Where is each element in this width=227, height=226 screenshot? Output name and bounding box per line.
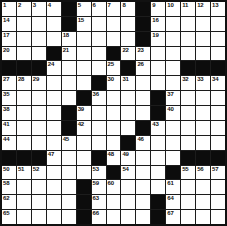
clue-number: 67 [167, 210, 173, 217]
clue-number: 53 [93, 166, 99, 173]
cell-r10c3[interactable] [32, 136, 46, 150]
clue-number: 52 [33, 166, 39, 173]
cell-r7c9[interactable] [121, 91, 135, 105]
cell-r15c9[interactable] [121, 210, 135, 224]
cell-r9c11[interactable]: 43 [151, 121, 165, 135]
cell-r1c15[interactable]: 13 [211, 2, 225, 16]
clue-number: 39 [78, 106, 84, 113]
clue-number: 55 [182, 166, 188, 173]
blocked-cell-r7c11 [151, 91, 165, 105]
cell-r1c2[interactable]: 2 [17, 2, 31, 16]
cell-r7c7[interactable]: 36 [92, 91, 106, 105]
blocked-cell-r9c10 [136, 121, 150, 135]
cell-r14c15[interactable] [211, 195, 225, 209]
cell-r10c4[interactable] [47, 136, 61, 150]
cell-r1c14[interactable]: 12 [196, 2, 210, 16]
cell-r4c1[interactable]: 20 [2, 47, 16, 61]
crossword-grid: 1234567891011121314151617181920212223242… [0, 0, 227, 226]
cell-r10c13[interactable] [181, 136, 195, 150]
clue-number: 4 [48, 2, 51, 9]
cell-r4c15[interactable] [211, 47, 225, 61]
cell-r12c14[interactable]: 56 [196, 166, 210, 180]
cell-r7c1[interactable]: 35 [2, 91, 16, 105]
cell-r8c9[interactable] [121, 106, 135, 120]
cell-r11c9[interactable]: 49 [121, 151, 135, 165]
cell-r2c2[interactable] [17, 17, 31, 31]
cell-r3c4[interactable] [47, 32, 61, 46]
cell-r15c15[interactable] [211, 210, 225, 224]
cell-r8c13[interactable] [181, 106, 195, 120]
cell-r2c11[interactable]: 16 [151, 17, 165, 31]
cell-r14c5[interactable] [62, 195, 76, 209]
clue-number: 29 [33, 76, 39, 83]
cell-r1c11[interactable]: 9 [151, 2, 165, 16]
cell-r11c8[interactable]: 48 [107, 151, 121, 165]
cell-r6c14[interactable]: 33 [196, 76, 210, 90]
cell-r15c2[interactable] [17, 210, 31, 224]
cell-r9c13[interactable] [181, 121, 195, 135]
clue-number: 25 [108, 61, 114, 68]
cell-r4c9[interactable]: 22 [121, 47, 135, 61]
cell-r10c11[interactable] [151, 136, 165, 150]
clue-number: 47 [48, 151, 54, 158]
cell-r12c9[interactable]: 54 [121, 166, 135, 180]
clue-number: 1 [3, 2, 6, 9]
cell-r13c13[interactable] [181, 180, 195, 194]
blocked-cell-r10c9 [121, 136, 135, 150]
clue-number: 51 [18, 166, 24, 173]
cell-r10c5[interactable]: 45 [62, 136, 76, 150]
clue-number: 60 [108, 180, 114, 187]
cell-r14c8[interactable] [107, 195, 121, 209]
clue-number: 63 [93, 195, 99, 202]
cell-r3c7[interactable] [92, 32, 106, 46]
clue-number: 6 [93, 2, 96, 9]
clue-number: 2 [18, 2, 21, 9]
cell-r6c6[interactable] [77, 76, 91, 90]
cell-r15c14[interactable] [196, 210, 210, 224]
clue-number: 12 [197, 2, 203, 9]
cell-r9c15[interactable] [211, 121, 225, 135]
blocked-cell-r8c5 [62, 106, 76, 120]
cell-r14c4[interactable] [47, 195, 61, 209]
cell-r3c9[interactable] [121, 32, 135, 46]
blocked-cell-r4c4 [47, 47, 61, 61]
cell-r13c15[interactable] [211, 180, 225, 194]
cell-r14c3[interactable] [32, 195, 46, 209]
cell-r1c13[interactable]: 11 [181, 2, 195, 16]
cell-r2c7[interactable] [92, 17, 106, 31]
cell-r12c4[interactable] [47, 166, 61, 180]
cell-r2c15[interactable] [211, 17, 225, 31]
cell-r9c6[interactable]: 42 [77, 121, 91, 135]
cell-r9c2[interactable] [17, 121, 31, 135]
blocked-cell-r2c10 [136, 17, 150, 31]
cell-r4c10[interactable]: 23 [136, 47, 150, 61]
cell-r14c13[interactable] [181, 195, 195, 209]
cell-r6c2[interactable]: 28 [17, 76, 31, 90]
cell-r13c11[interactable] [151, 180, 165, 194]
cell-r2c8[interactable] [107, 17, 121, 31]
cell-r3c1[interactable]: 17 [2, 32, 16, 46]
cell-r12c11[interactable] [151, 166, 165, 180]
cell-r12c5[interactable] [62, 166, 76, 180]
blocked-cell-r2c5 [62, 17, 76, 31]
blocked-cell-r14c6 [77, 195, 91, 209]
clue-number: 23 [137, 47, 143, 54]
clue-number: 11 [182, 2, 188, 9]
cell-r8c4[interactable] [47, 106, 61, 120]
cell-r8c1[interactable]: 38 [2, 106, 16, 120]
cell-r5c7[interactable] [92, 61, 106, 75]
cell-r4c14[interactable] [196, 47, 210, 61]
clue-number: 13 [212, 2, 218, 9]
cell-r7c10[interactable] [136, 91, 150, 105]
blocked-cell-r5c9 [121, 61, 135, 75]
clue-number: 22 [122, 47, 128, 54]
cell-r11c12[interactable] [166, 151, 180, 165]
cell-r1c6[interactable]: 5 [77, 2, 91, 16]
cell-r7c4[interactable] [47, 91, 61, 105]
clue-number: 3 [33, 2, 36, 9]
cell-r9c12[interactable] [166, 121, 180, 135]
cell-r3c8[interactable] [107, 32, 121, 46]
blocked-cell-r1c10 [136, 2, 150, 16]
clue-number: 43 [152, 121, 158, 128]
clue-number: 57 [212, 166, 218, 173]
cell-r12c1[interactable]: 50 [2, 166, 16, 180]
cell-r13c1[interactable]: 58 [2, 180, 16, 194]
cell-r7c3[interactable] [32, 91, 46, 105]
cell-r4c5[interactable]: 21 [62, 47, 76, 61]
cell-r2c4[interactable] [47, 17, 61, 31]
blocked-cell-r4c8 [107, 47, 121, 61]
clue-number: 59 [93, 180, 99, 187]
cell-r5c8[interactable]: 25 [107, 61, 121, 75]
cell-r3c2[interactable] [17, 32, 31, 46]
clue-number: 48 [108, 151, 114, 158]
cell-r6c12[interactable] [166, 76, 180, 90]
cell-r6c11[interactable] [151, 76, 165, 90]
clue-number: 18 [63, 32, 69, 39]
clue-number: 65 [3, 210, 9, 217]
cell-r14c10[interactable] [136, 195, 150, 209]
cell-r15c5[interactable] [62, 210, 76, 224]
blocked-cell-r5c1 [2, 61, 16, 75]
clue-number: 30 [108, 76, 114, 83]
blocked-cell-r3c10 [136, 32, 150, 46]
cell-r7c12[interactable]: 37 [166, 91, 180, 105]
cell-r7c13[interactable] [181, 91, 195, 105]
blocked-cell-r11c1 [2, 151, 16, 165]
blocked-cell-r1c5 [62, 2, 76, 16]
blocked-cell-r5c2 [17, 61, 31, 75]
clue-number: 24 [48, 61, 54, 68]
cell-r15c7[interactable]: 66 [92, 210, 106, 224]
clue-number: 41 [3, 121, 9, 128]
clue-number: 37 [167, 91, 173, 98]
cell-r3c6[interactable] [77, 32, 91, 46]
blocked-cell-r6c7 [92, 76, 106, 90]
cell-r9c9[interactable] [121, 121, 135, 135]
clue-number: 10 [167, 2, 173, 9]
cell-r13c5[interactable] [62, 180, 76, 194]
clue-number: 27 [3, 76, 9, 83]
cell-r13c12[interactable]: 61 [166, 180, 180, 194]
cell-r10c6[interactable] [77, 136, 91, 150]
blocked-cell-r15c6 [77, 210, 91, 224]
cell-r15c10[interactable] [136, 210, 150, 224]
cell-r14c12[interactable]: 64 [166, 195, 180, 209]
cell-r13c4[interactable] [47, 180, 61, 194]
cell-r12c13[interactable]: 55 [181, 166, 195, 180]
clue-number: 20 [3, 47, 9, 54]
clue-number: 50 [3, 166, 9, 173]
cell-r2c13[interactable] [181, 17, 195, 31]
clue-number: 8 [122, 2, 125, 9]
cell-r8c6[interactable]: 39 [77, 106, 91, 120]
cell-r12c6[interactable] [77, 166, 91, 180]
cell-r5c5[interactable] [62, 61, 76, 75]
clue-number: 7 [108, 2, 111, 9]
cell-r8c15[interactable] [211, 106, 225, 120]
cell-r6c3[interactable]: 29 [32, 76, 46, 90]
blocked-cell-r8c11 [151, 106, 165, 120]
clue-number: 38 [3, 106, 9, 113]
blocked-cell-r11c14 [196, 151, 210, 165]
clue-number: 49 [122, 151, 128, 158]
cell-r7c15[interactable] [211, 91, 225, 105]
cell-r10c10[interactable]: 46 [136, 136, 150, 150]
cell-r8c14[interactable] [196, 106, 210, 120]
cell-r2c3[interactable] [32, 17, 46, 31]
clue-number: 56 [197, 166, 203, 173]
clue-number: 35 [3, 91, 9, 98]
cell-r8c7[interactable] [92, 106, 106, 120]
cell-r8c3[interactable] [32, 106, 46, 120]
cell-r5c4[interactable]: 24 [47, 61, 61, 75]
clue-number: 28 [18, 76, 24, 83]
cell-r4c12[interactable] [166, 47, 180, 61]
cell-r11c6[interactable] [77, 151, 91, 165]
clue-number: 31 [122, 76, 128, 83]
cell-r4c3[interactable] [32, 47, 46, 61]
cell-r15c12[interactable]: 67 [166, 210, 180, 224]
cell-r14c14[interactable] [196, 195, 210, 209]
clue-number: 66 [93, 210, 99, 217]
blocked-cell-r11c15 [211, 151, 225, 165]
clue-number: 44 [3, 136, 9, 143]
cell-r6c8[interactable]: 30 [107, 76, 121, 90]
clue-number: 15 [78, 17, 84, 24]
cell-r2c14[interactable] [196, 17, 210, 31]
cell-r8c8[interactable] [107, 106, 121, 120]
cell-r11c4[interactable]: 47 [47, 151, 61, 165]
cell-r1c7[interactable]: 6 [92, 2, 106, 16]
cell-r2c1[interactable]: 14 [2, 17, 16, 31]
clue-number: 64 [167, 195, 173, 202]
blocked-cell-r12c8 [107, 166, 121, 180]
cell-r9c1[interactable]: 41 [2, 121, 16, 135]
cell-r10c14[interactable] [196, 136, 210, 150]
cell-r7c8[interactable] [107, 91, 121, 105]
clue-number: 33 [197, 76, 203, 83]
clue-number: 5 [78, 2, 81, 9]
cell-r6c1[interactable]: 27 [2, 76, 16, 90]
clue-number: 9 [152, 2, 155, 9]
cell-r2c12[interactable] [166, 17, 180, 31]
cell-r6c4[interactable] [47, 76, 61, 90]
blocked-cell-r9c5 [62, 121, 76, 135]
cell-r1c4[interactable]: 4 [47, 2, 61, 16]
cell-r6c9[interactable]: 31 [121, 76, 135, 90]
clue-number: 19 [152, 32, 158, 39]
cell-r6c10[interactable] [136, 76, 150, 90]
blocked-cell-r5c15 [211, 61, 225, 75]
cell-r2c9[interactable] [121, 17, 135, 31]
clue-number: 42 [78, 121, 84, 128]
cell-r10c1[interactable]: 44 [2, 136, 16, 150]
cell-r4c13[interactable] [181, 47, 195, 61]
cell-r14c2[interactable] [17, 195, 31, 209]
cell-r14c7[interactable]: 63 [92, 195, 106, 209]
cell-r13c10[interactable] [136, 180, 150, 194]
blocked-cell-r15c11 [151, 210, 165, 224]
cell-r15c1[interactable]: 65 [2, 210, 16, 224]
blocked-cell-r5c14 [196, 61, 210, 75]
cell-r1c8[interactable]: 7 [107, 2, 121, 16]
cell-r13c8[interactable]: 60 [107, 180, 121, 194]
cell-r9c14[interactable] [196, 121, 210, 135]
cell-r15c3[interactable] [32, 210, 46, 224]
cell-r3c3[interactable] [32, 32, 46, 46]
cell-r3c12[interactable] [166, 32, 180, 46]
cell-r10c12[interactable] [166, 136, 180, 150]
cell-r4c7[interactable] [92, 47, 106, 61]
cell-r13c14[interactable] [196, 180, 210, 194]
cell-r13c9[interactable] [121, 180, 135, 194]
cell-r10c8[interactable] [107, 136, 121, 150]
cell-r5c10[interactable]: 26 [136, 61, 150, 75]
blocked-cell-r13c6 [77, 180, 91, 194]
cell-r12c2[interactable]: 51 [17, 166, 31, 180]
cell-r15c13[interactable] [181, 210, 195, 224]
cell-r7c2[interactable] [17, 91, 31, 105]
cell-r6c13[interactable]: 32 [181, 76, 195, 90]
blocked-cell-r5c13 [181, 61, 195, 75]
clue-number: 16 [152, 17, 158, 24]
cell-r13c7[interactable]: 59 [92, 180, 106, 194]
blocked-cell-r11c3 [32, 151, 46, 165]
cell-r2c6[interactable]: 15 [77, 17, 91, 31]
cell-r4c11[interactable] [151, 47, 165, 61]
cell-r9c7[interactable] [92, 121, 106, 135]
cell-r3c5[interactable]: 18 [62, 32, 76, 46]
cell-r1c9[interactable]: 8 [121, 2, 135, 16]
cell-r9c8[interactable] [107, 121, 121, 135]
cell-r14c1[interactable]: 62 [2, 195, 16, 209]
cell-r3c14[interactable] [196, 32, 210, 46]
blocked-cell-r7c6 [77, 91, 91, 105]
cell-r7c5[interactable] [62, 91, 76, 105]
blocked-cell-r12c12 [166, 166, 180, 180]
cell-r12c3[interactable]: 52 [32, 166, 46, 180]
clue-number: 17 [3, 32, 9, 39]
cell-r10c7[interactable] [92, 136, 106, 150]
cell-r15c4[interactable] [47, 210, 61, 224]
cell-r12c10[interactable] [136, 166, 150, 180]
blocked-cell-r11c2 [17, 151, 31, 165]
blocked-cell-r11c7 [92, 151, 106, 165]
cell-r5c12[interactable] [166, 61, 180, 75]
blocked-cell-r14c11 [151, 195, 165, 209]
clue-number: 45 [63, 136, 69, 143]
cell-r6c5[interactable] [62, 76, 76, 90]
cell-r3c13[interactable] [181, 32, 195, 46]
cell-r9c4[interactable] [47, 121, 61, 135]
clue-number: 14 [3, 17, 9, 24]
cell-r1c3[interactable]: 3 [32, 2, 46, 16]
cell-r12c15[interactable]: 57 [211, 166, 225, 180]
cell-r10c2[interactable] [17, 136, 31, 150]
cell-r11c10[interactable] [136, 151, 150, 165]
cell-r12c7[interactable]: 53 [92, 166, 106, 180]
cell-r8c2[interactable] [17, 106, 31, 120]
clue-number: 61 [167, 180, 173, 187]
clue-number: 40 [167, 106, 173, 113]
cell-r13c2[interactable] [17, 180, 31, 194]
cell-r13c3[interactable] [32, 180, 46, 194]
cell-r11c5[interactable] [62, 151, 76, 165]
cell-r3c15[interactable] [211, 32, 225, 46]
cell-r10c15[interactable] [211, 136, 225, 150]
cell-r5c11[interactable] [151, 61, 165, 75]
clue-number: 46 [137, 136, 143, 143]
clue-number: 54 [122, 166, 128, 173]
cell-r4c2[interactable] [17, 47, 31, 61]
cell-r1c12[interactable]: 10 [166, 2, 180, 16]
cell-r9c3[interactable] [32, 121, 46, 135]
cell-r14c9[interactable] [121, 195, 135, 209]
clue-number: 62 [3, 195, 9, 202]
cell-r1c1[interactable]: 1 [2, 2, 16, 16]
clue-number: 26 [137, 61, 143, 68]
cell-r8c12[interactable]: 40 [166, 106, 180, 120]
cell-r5c6[interactable] [77, 61, 91, 75]
clue-number: 21 [63, 47, 69, 54]
blocked-cell-r5c3 [32, 61, 46, 75]
blocked-cell-r11c13 [181, 151, 195, 165]
cell-r6c15[interactable]: 34 [211, 76, 225, 90]
cell-r3c11[interactable]: 19 [151, 32, 165, 46]
clue-number: 34 [212, 76, 218, 83]
clue-number: 36 [93, 91, 99, 98]
cell-r4c6[interactable] [77, 47, 91, 61]
cell-r15c8[interactable] [107, 210, 121, 224]
cell-r8c10[interactable] [136, 106, 150, 120]
cell-r11c11[interactable] [151, 151, 165, 165]
clue-number: 58 [3, 180, 9, 187]
clue-number: 32 [182, 76, 188, 83]
cell-r7c14[interactable] [196, 91, 210, 105]
